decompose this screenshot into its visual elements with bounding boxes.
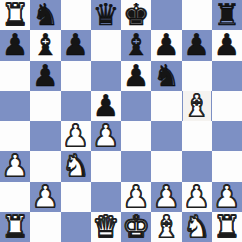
white-knight-c3-piece[interactable]: ♞ xyxy=(62,151,89,181)
black-pawn-e6-piece[interactable]: ♟ xyxy=(123,61,150,91)
square-f4[interactable] xyxy=(151,121,181,151)
black-pawn-g7-piece[interactable]: ♟ xyxy=(183,30,210,60)
square-g3[interactable] xyxy=(182,151,212,181)
square-e7[interactable]: ♝ xyxy=(121,30,151,60)
square-h5[interactable] xyxy=(212,91,242,121)
square-f1[interactable]: ♝ xyxy=(151,212,181,242)
square-g5[interactable]: ♝ xyxy=(182,91,212,121)
square-a4[interactable] xyxy=(0,121,30,151)
square-f7[interactable]: ♟ xyxy=(151,30,181,60)
square-d5[interactable]: ♟ xyxy=(91,91,121,121)
square-e4[interactable] xyxy=(121,121,151,151)
white-rook-a1-piece[interactable]: ♜ xyxy=(2,212,29,242)
square-e5[interactable] xyxy=(121,91,151,121)
square-g4[interactable] xyxy=(182,121,212,151)
square-c2[interactable] xyxy=(61,182,91,212)
black-bishop-b7-piece[interactable]: ♝ xyxy=(32,30,59,60)
white-rook-a8-piece[interactable]: ♜ xyxy=(2,0,29,30)
square-c6[interactable] xyxy=(61,61,91,91)
square-b5[interactable] xyxy=(30,91,60,121)
square-f5[interactable] xyxy=(151,91,181,121)
white-king-e1-piece[interactable]: ♚ xyxy=(123,212,150,242)
black-knight-f6-piece[interactable]: ♞ xyxy=(153,61,180,91)
black-pawn-a7-piece[interactable]: ♟ xyxy=(2,30,29,60)
square-a3[interactable]: ♟ xyxy=(0,151,30,181)
black-pawn-h7-piece[interactable]: ♟ xyxy=(213,30,240,60)
square-g7[interactable]: ♟ xyxy=(182,30,212,60)
square-f2[interactable]: ♟ xyxy=(151,182,181,212)
square-b7[interactable]: ♝ xyxy=(30,30,60,60)
white-queen-d1-piece[interactable]: ♛ xyxy=(92,212,119,242)
white-pawn-g2-piece[interactable]: ♟ xyxy=(183,182,210,212)
black-pawn-f7-piece[interactable]: ♟ xyxy=(153,30,180,60)
white-pawn-f2-piece[interactable]: ♟ xyxy=(153,182,180,212)
square-h8[interactable]: ♜ xyxy=(212,0,242,30)
square-h2[interactable]: ♟ xyxy=(212,182,242,212)
square-h3[interactable] xyxy=(212,151,242,181)
square-d8[interactable]: ♛ xyxy=(91,0,121,30)
black-rook-h8-piece[interactable]: ♜ xyxy=(213,0,240,30)
black-bishop-e7-piece[interactable]: ♝ xyxy=(123,30,150,60)
white-bishop-g5-piece[interactable]: ♝ xyxy=(183,91,210,121)
square-d4[interactable]: ♟ xyxy=(91,121,121,151)
square-e2[interactable]: ♟ xyxy=(121,182,151,212)
square-b1[interactable] xyxy=(30,212,60,242)
square-g2[interactable]: ♟ xyxy=(182,182,212,212)
square-c7[interactable]: ♟ xyxy=(61,30,91,60)
square-c8[interactable] xyxy=(61,0,91,30)
square-f6[interactable]: ♞ xyxy=(151,61,181,91)
square-b3[interactable] xyxy=(30,151,60,181)
black-queen-d8-piece[interactable]: ♛ xyxy=(92,0,119,30)
square-c5[interactable] xyxy=(61,91,91,121)
square-g1[interactable]: ♞ xyxy=(182,212,212,242)
white-knight-g1-piece[interactable]: ♞ xyxy=(183,212,210,242)
square-f3[interactable] xyxy=(151,151,181,181)
black-pawn-b6-piece[interactable]: ♟ xyxy=(32,61,59,91)
square-d3[interactable] xyxy=(91,151,121,181)
square-d2[interactable] xyxy=(91,182,121,212)
square-e8[interactable]: ♚ xyxy=(121,0,151,30)
white-pawn-h2-piece[interactable]: ♟ xyxy=(213,182,240,212)
black-king-e8-piece[interactable]: ♚ xyxy=(123,0,150,30)
white-pawn-e2-piece[interactable]: ♟ xyxy=(123,182,150,212)
square-a1[interactable]: ♜ xyxy=(0,212,30,242)
square-a6[interactable] xyxy=(0,61,30,91)
square-d1[interactable]: ♛ xyxy=(91,212,121,242)
square-a8[interactable]: ♜ xyxy=(0,0,30,30)
square-h1[interactable]: ♜ xyxy=(212,212,242,242)
white-pawn-c4-piece[interactable]: ♟ xyxy=(62,121,89,151)
square-c1[interactable] xyxy=(61,212,91,242)
square-d7[interactable] xyxy=(91,30,121,60)
square-h7[interactable]: ♟ xyxy=(212,30,242,60)
square-a2[interactable] xyxy=(0,182,30,212)
square-c4[interactable]: ♟ xyxy=(61,121,91,151)
chess-board: ♜♞♛♚♜♟♝♟♝♟♟♟♟♟♞♟♝♟♟♟♞♟♟♟♟♟♜♛♚♝♞♜ xyxy=(0,0,242,242)
square-f8[interactable] xyxy=(151,0,181,30)
black-pawn-d5-piece[interactable]: ♟ xyxy=(92,91,119,121)
square-g6[interactable] xyxy=(182,61,212,91)
square-e3[interactable] xyxy=(121,151,151,181)
square-b8[interactable]: ♞ xyxy=(30,0,60,30)
white-pawn-d4-piece[interactable]: ♟ xyxy=(92,121,119,151)
square-e6[interactable]: ♟ xyxy=(121,61,151,91)
white-bishop-f1-piece[interactable]: ♝ xyxy=(153,212,180,242)
square-h4[interactable] xyxy=(212,121,242,151)
square-a7[interactable]: ♟ xyxy=(0,30,30,60)
square-b2[interactable]: ♟ xyxy=(30,182,60,212)
square-d6[interactable] xyxy=(91,61,121,91)
square-g8[interactable] xyxy=(182,0,212,30)
black-knight-b8-piece[interactable]: ♞ xyxy=(32,0,59,30)
square-e1[interactable]: ♚ xyxy=(121,212,151,242)
square-b4[interactable] xyxy=(30,121,60,151)
white-pawn-b2-piece[interactable]: ♟ xyxy=(32,182,59,212)
white-pawn-a3-piece[interactable]: ♟ xyxy=(2,151,29,181)
square-a5[interactable] xyxy=(0,91,30,121)
white-rook-h1-piece[interactable]: ♜ xyxy=(213,212,240,242)
black-pawn-c7-piece[interactable]: ♟ xyxy=(62,30,89,60)
square-c3[interactable]: ♞ xyxy=(61,151,91,181)
square-b6[interactable]: ♟ xyxy=(30,61,60,91)
square-h6[interactable] xyxy=(212,61,242,91)
